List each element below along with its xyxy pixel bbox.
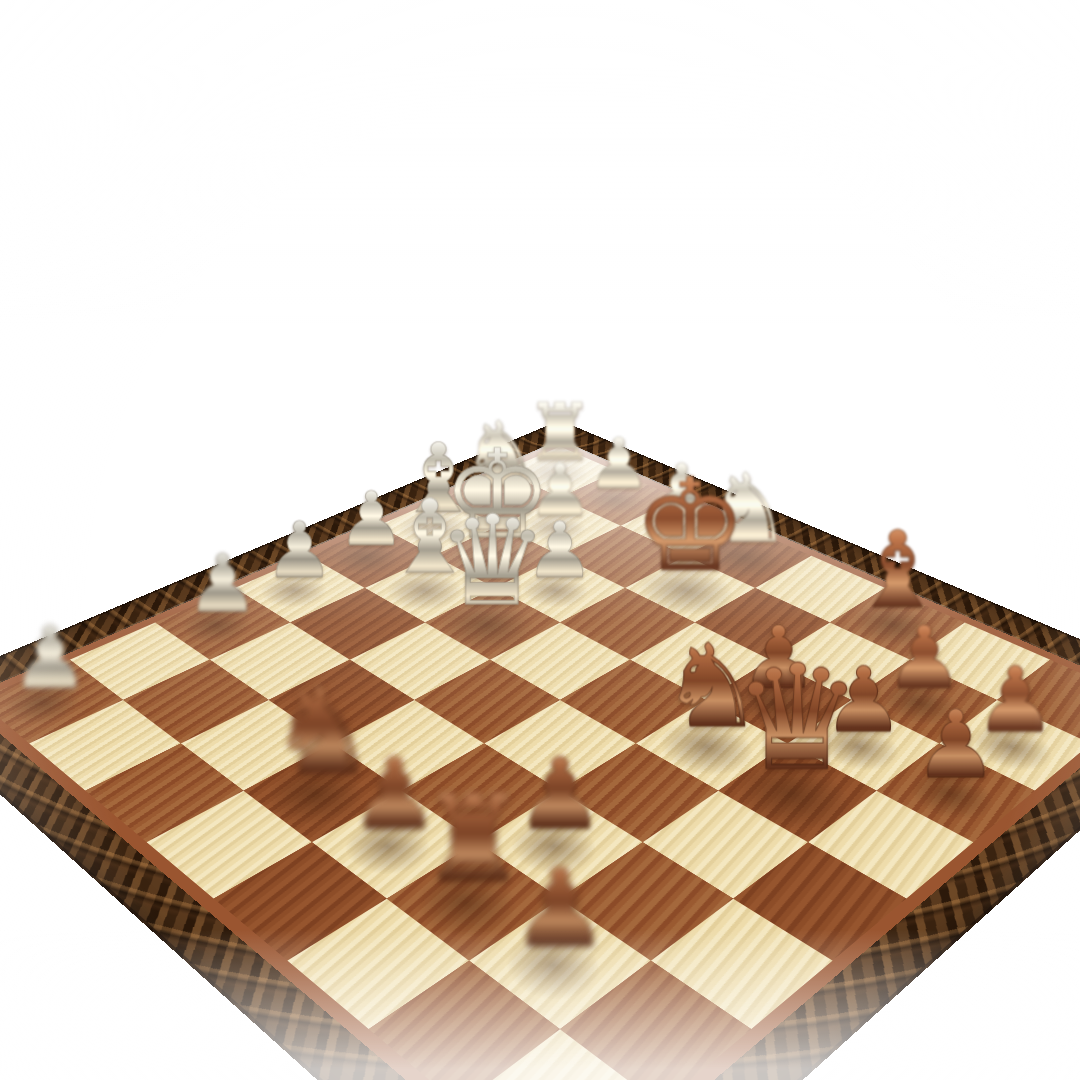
board-squares: ♜♟♟♞♞♟♝♚♟♟♝♛♟♟♟♝♚♟♟♟♟♟♞♛♟♞♟♜♟ xyxy=(0,446,1080,1080)
product-photo-scene: ♜♟♟♞♞♟♝♚♟♟♝♛♟♟♟♝♚♟♟♟♟♟♞♛♟♞♟♜♟ xyxy=(0,0,1080,1080)
chess-board: ♜♟♟♞♞♟♝♚♟♟♝♛♟♟♟♝♚♟♟♟♟♟♞♛♟♞♟♜♟ xyxy=(0,441,1080,1080)
carved-walnut-frame: ♜♟♟♞♞♟♝♚♟♟♝♛♟♟♟♝♚♟♟♟♟♟♞♛♟♞♟♜♟ xyxy=(0,420,1080,1080)
